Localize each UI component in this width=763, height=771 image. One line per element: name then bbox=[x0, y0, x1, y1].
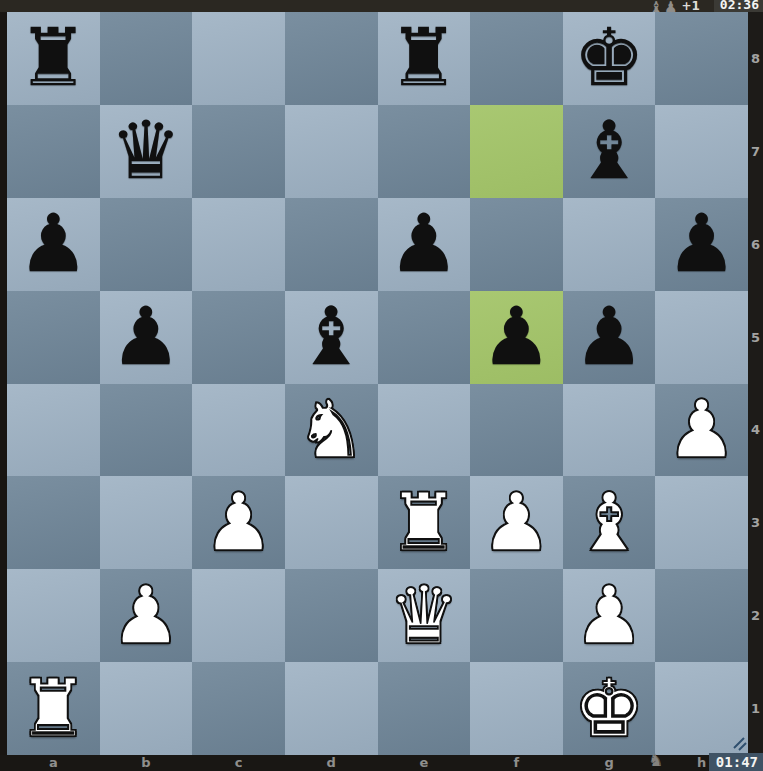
player-clock: 01:47 bbox=[709, 753, 763, 771]
square-d7[interactable] bbox=[285, 105, 378, 198]
square-g3[interactable]: ♝ bbox=[563, 476, 656, 569]
square-d3[interactable] bbox=[285, 476, 378, 569]
black-rook-piece[interactable]: ♜ bbox=[388, 12, 460, 104]
square-c2[interactable] bbox=[192, 569, 285, 662]
chess-game-window: ♝♟ +1 02:36 ♜♜♚♛♝♟♟♟♟♝♟♟♞♟♟♜♟♝♟♛♟♜♚ 8765… bbox=[0, 0, 763, 771]
square-c6[interactable] bbox=[192, 198, 285, 291]
square-b7[interactable]: ♛ bbox=[100, 105, 193, 198]
square-c7[interactable] bbox=[192, 105, 285, 198]
file-label-g: g bbox=[599, 755, 619, 771]
file-label-h: h bbox=[692, 755, 712, 771]
square-h3[interactable] bbox=[655, 476, 748, 569]
square-e1[interactable] bbox=[378, 662, 471, 755]
white-knight-piece[interactable]: ♞ bbox=[295, 384, 367, 476]
square-f2[interactable] bbox=[470, 569, 563, 662]
square-h2[interactable] bbox=[655, 569, 748, 662]
rank-label-2: 2 bbox=[748, 569, 763, 662]
square-f5[interactable]: ♟ bbox=[470, 291, 563, 384]
square-d8[interactable] bbox=[285, 12, 378, 105]
player-info-bar: ♞ 01:47 abcdefgh bbox=[0, 755, 763, 771]
square-e5[interactable] bbox=[378, 291, 471, 384]
captured-knight-icon: ♞ bbox=[648, 750, 663, 770]
square-c1[interactable] bbox=[192, 662, 285, 755]
white-pawn-piece[interactable]: ♟ bbox=[481, 477, 553, 569]
square-b1[interactable] bbox=[100, 662, 193, 755]
square-d1[interactable] bbox=[285, 662, 378, 755]
chess-board[interactable]: ♜♜♚♛♝♟♟♟♟♝♟♟♞♟♟♜♟♝♟♛♟♜♚ bbox=[7, 12, 748, 755]
square-e6[interactable]: ♟ bbox=[378, 198, 471, 291]
square-g8[interactable]: ♚ bbox=[563, 12, 656, 105]
square-d5[interactable]: ♝ bbox=[285, 291, 378, 384]
square-h8[interactable] bbox=[655, 12, 748, 105]
rank-label-1: 1 bbox=[748, 662, 763, 755]
black-bishop-piece[interactable]: ♝ bbox=[295, 291, 367, 383]
white-rook-piece[interactable]: ♜ bbox=[388, 477, 460, 569]
square-g5[interactable]: ♟ bbox=[563, 291, 656, 384]
square-c3[interactable]: ♟ bbox=[192, 476, 285, 569]
square-c4[interactable] bbox=[192, 384, 285, 477]
square-a1[interactable]: ♜ bbox=[7, 662, 100, 755]
square-h5[interactable] bbox=[655, 291, 748, 384]
square-a3[interactable] bbox=[7, 476, 100, 569]
square-a4[interactable] bbox=[7, 384, 100, 477]
file-label-e: e bbox=[414, 755, 434, 771]
square-a2[interactable] bbox=[7, 569, 100, 662]
square-f6[interactable] bbox=[470, 198, 563, 291]
black-pawn-piece[interactable]: ♟ bbox=[17, 198, 89, 290]
square-b6[interactable] bbox=[100, 198, 193, 291]
file-label-a: a bbox=[43, 755, 63, 771]
black-bishop-piece[interactable]: ♝ bbox=[573, 105, 645, 197]
black-pawn-piece[interactable]: ♟ bbox=[110, 291, 182, 383]
opponent-captured-tray: ♝♟ bbox=[650, 2, 678, 12]
square-e3[interactable]: ♜ bbox=[378, 476, 471, 569]
square-d4[interactable]: ♞ bbox=[285, 384, 378, 477]
square-g4[interactable] bbox=[563, 384, 656, 477]
rank-label-7: 7 bbox=[748, 105, 763, 198]
file-label-c: c bbox=[229, 755, 249, 771]
square-g1[interactable]: ♚ bbox=[563, 662, 656, 755]
board-resize-handle[interactable] bbox=[731, 735, 747, 751]
square-g2[interactable]: ♟ bbox=[563, 569, 656, 662]
white-queen-piece[interactable]: ♛ bbox=[388, 570, 460, 662]
square-e4[interactable] bbox=[378, 384, 471, 477]
opponent-material-advantage: +1 bbox=[681, 0, 699, 12]
white-king-piece[interactable]: ♚ bbox=[573, 663, 645, 755]
square-d2[interactable] bbox=[285, 569, 378, 662]
square-b2[interactable]: ♟ bbox=[100, 569, 193, 662]
file-label-f: f bbox=[506, 755, 526, 771]
opponent-clock: 02:36 bbox=[714, 0, 763, 12]
white-rook-piece[interactable]: ♜ bbox=[17, 663, 89, 755]
square-f1[interactable] bbox=[470, 662, 563, 755]
captured-pawn-icon: ♟ bbox=[664, 2, 677, 12]
rank-coordinates: 87654321 bbox=[748, 12, 763, 755]
square-h7[interactable] bbox=[655, 105, 748, 198]
black-queen-piece[interactable]: ♛ bbox=[110, 105, 182, 197]
square-e7[interactable] bbox=[378, 105, 471, 198]
square-b3[interactable] bbox=[100, 476, 193, 569]
square-c5[interactable] bbox=[192, 291, 285, 384]
square-a7[interactable] bbox=[7, 105, 100, 198]
file-label-d: d bbox=[321, 755, 341, 771]
rank-label-4: 4 bbox=[748, 384, 763, 477]
captured-bishop-icon: ♝ bbox=[650, 2, 663, 12]
square-f4[interactable] bbox=[470, 384, 563, 477]
square-f3[interactable]: ♟ bbox=[470, 476, 563, 569]
square-d6[interactable] bbox=[285, 198, 378, 291]
rank-label-8: 8 bbox=[748, 12, 763, 105]
white-pawn-piece[interactable]: ♟ bbox=[110, 570, 182, 662]
rank-label-6: 6 bbox=[748, 198, 763, 291]
square-c8[interactable] bbox=[192, 12, 285, 105]
rank-label-5: 5 bbox=[748, 291, 763, 384]
square-a6[interactable]: ♟ bbox=[7, 198, 100, 291]
white-bishop-piece[interactable]: ♝ bbox=[573, 477, 645, 569]
square-a8[interactable]: ♜ bbox=[7, 12, 100, 105]
white-pawn-piece[interactable]: ♟ bbox=[203, 477, 275, 569]
black-pawn-piece[interactable]: ♟ bbox=[388, 198, 460, 290]
file-label-b: b bbox=[136, 755, 156, 771]
black-pawn-piece[interactable]: ♟ bbox=[666, 198, 738, 290]
square-b4[interactable] bbox=[100, 384, 193, 477]
black-king-piece[interactable]: ♚ bbox=[573, 12, 645, 104]
white-pawn-piece[interactable]: ♟ bbox=[573, 570, 645, 662]
black-rook-piece[interactable]: ♜ bbox=[17, 12, 89, 104]
black-pawn-piece[interactable]: ♟ bbox=[481, 291, 553, 383]
square-e2[interactable]: ♛ bbox=[378, 569, 471, 662]
black-pawn-piece[interactable]: ♟ bbox=[573, 291, 645, 383]
square-f7[interactable] bbox=[470, 105, 563, 198]
rank-label-3: 3 bbox=[748, 476, 763, 569]
square-g6[interactable] bbox=[563, 198, 656, 291]
square-g7[interactable]: ♝ bbox=[563, 105, 656, 198]
square-h4[interactable]: ♟ bbox=[655, 384, 748, 477]
player-captured-tray: ♞ bbox=[648, 752, 663, 769]
square-b5[interactable]: ♟ bbox=[100, 291, 193, 384]
opponent-info-bar: ♝♟ +1 02:36 bbox=[0, 0, 763, 12]
square-e8[interactable]: ♜ bbox=[378, 12, 471, 105]
square-f8[interactable] bbox=[470, 12, 563, 105]
square-h6[interactable]: ♟ bbox=[655, 198, 748, 291]
square-b8[interactable] bbox=[100, 12, 193, 105]
square-a5[interactable] bbox=[7, 291, 100, 384]
white-pawn-piece[interactable]: ♟ bbox=[666, 384, 738, 476]
